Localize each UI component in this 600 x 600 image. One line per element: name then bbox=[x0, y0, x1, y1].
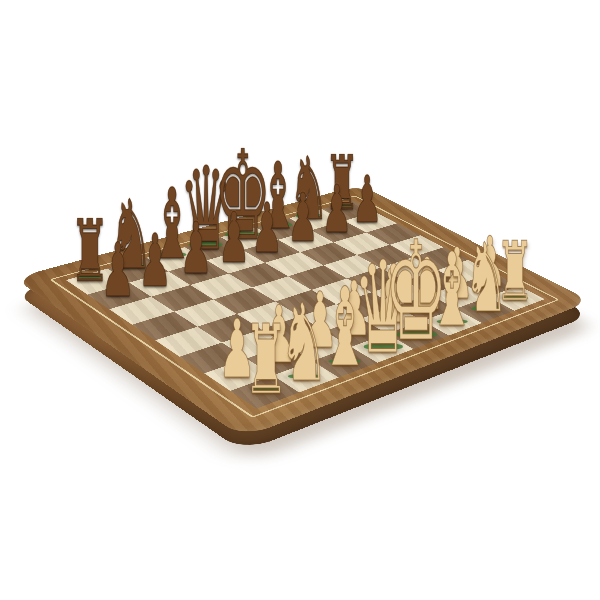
chess-pieces-layer: ♜♞♝♛♚♝♞♜♟♟♟♟♟♟♟♟♟♟♟♟♟♟♟♟♜♞♝♛♚♝♞♜ bbox=[0, 0, 600, 600]
piece-felt-pad bbox=[265, 222, 293, 227]
piece-shadow bbox=[423, 312, 476, 330]
piece-felt-pad bbox=[117, 263, 146, 268]
piece-shadow bbox=[318, 223, 352, 235]
piece-felt-pad bbox=[252, 388, 281, 393]
piece-white-knight: ♞ bbox=[464, 232, 509, 328]
piece-white-pawn: ♟ bbox=[261, 296, 298, 375]
piece-felt-pad bbox=[331, 205, 353, 209]
piece-felt-pad bbox=[293, 238, 313, 241]
piece-white-pawn: ♟ bbox=[441, 239, 474, 310]
piece-shadow bbox=[333, 325, 372, 338]
piece-black-pawn: ♟ bbox=[218, 203, 251, 273]
piece-shadow bbox=[314, 351, 371, 370]
piece-shadow bbox=[348, 335, 414, 358]
piece-black-rook: ♜ bbox=[70, 208, 110, 294]
piece-white-pawn: ♟ bbox=[302, 283, 338, 360]
piece-shadow bbox=[370, 312, 408, 325]
piece-shadow bbox=[284, 208, 329, 223]
piece-black-pawn: ♟ bbox=[351, 169, 381, 234]
piece-felt-pad bbox=[144, 280, 166, 284]
piece-black-pawn: ♟ bbox=[138, 223, 172, 296]
piece-felt-pad bbox=[357, 219, 376, 222]
piece-white-rook: ♜ bbox=[244, 313, 289, 409]
piece-black-pawn: ♟ bbox=[251, 194, 283, 263]
piece-black-pawn: ♟ bbox=[287, 185, 318, 252]
piece-felt-pad bbox=[447, 294, 468, 298]
piece-shadow bbox=[283, 233, 318, 245]
piece-felt-pad bbox=[224, 373, 248, 377]
piece-white-pawn: ♟ bbox=[218, 309, 256, 390]
piece-white-pawn: ♟ bbox=[374, 260, 408, 334]
piece-felt-pad bbox=[364, 344, 402, 350]
piece-felt-pad bbox=[343, 331, 366, 335]
piece-shadow bbox=[298, 337, 338, 351]
piece-felt-pad bbox=[267, 357, 291, 361]
piece-felt-pad bbox=[437, 319, 468, 324]
piece-black-king: ♚ bbox=[214, 135, 272, 259]
piece-white-bishop: ♝ bbox=[428, 239, 476, 341]
piece-white-rook: ♜ bbox=[496, 232, 534, 314]
piece-shadow bbox=[406, 300, 444, 313]
piece-felt-pad bbox=[189, 242, 223, 248]
piece-shadow bbox=[144, 245, 195, 262]
piece-shadow bbox=[175, 264, 212, 277]
piece-shadow bbox=[437, 289, 474, 302]
piece-black-pawn: ♟ bbox=[101, 233, 136, 308]
chess-set-photo: ♜♞♝♛♚♝♞♜♟♟♟♟♟♟♟♟♟♟♟♟♟♟♟♟♜♞♝♛♚♝♞♜ bbox=[0, 0, 600, 600]
piece-shadow bbox=[321, 200, 360, 213]
piece-felt-pad bbox=[185, 269, 206, 273]
piece-white-king: ♚ bbox=[384, 224, 448, 362]
piece-felt-pad bbox=[224, 231, 261, 237]
piece-white-bishop: ♝ bbox=[319, 274, 370, 383]
piece-felt-pad bbox=[328, 359, 361, 364]
piece-white-pawn: ♟ bbox=[474, 228, 506, 297]
piece-shadow bbox=[209, 223, 273, 245]
piece-felt-pad bbox=[296, 214, 322, 218]
piece-white-pawn: ♟ bbox=[337, 272, 372, 348]
piece-black-queen: ♛ bbox=[179, 152, 233, 267]
piece-black-pawn: ♟ bbox=[179, 213, 212, 285]
piece-felt-pad bbox=[380, 317, 402, 321]
piece-black-pawn: ♟ bbox=[322, 176, 353, 242]
piece-felt-pad bbox=[396, 331, 437, 338]
piece-shadow bbox=[134, 275, 172, 288]
piece-felt-pad bbox=[288, 374, 320, 379]
piece-felt-pad bbox=[472, 306, 501, 311]
piece-shadow bbox=[492, 290, 535, 305]
piece-felt-pad bbox=[308, 343, 331, 347]
piece-felt-pad bbox=[257, 248, 278, 251]
piece-felt-pad bbox=[480, 282, 501, 285]
piece-shadow bbox=[214, 252, 250, 264]
piece-black-bishop: ♝ bbox=[149, 176, 195, 274]
piece-white-knight: ♞ bbox=[279, 290, 329, 397]
piece-felt-pad bbox=[327, 228, 347, 231]
piece-shadow bbox=[239, 382, 289, 399]
piece-shadow bbox=[459, 300, 509, 317]
piece-shadow bbox=[65, 269, 110, 284]
piece-felt-pad bbox=[77, 275, 103, 279]
piece-felt-pad bbox=[107, 291, 129, 295]
piece-felt-pad bbox=[503, 296, 528, 300]
piece-shadow bbox=[97, 286, 136, 299]
piece-black-knight: ♞ bbox=[109, 188, 154, 284]
piece-shadow bbox=[470, 277, 506, 289]
piece-white-pawn: ♟ bbox=[410, 248, 444, 320]
piece-shadow bbox=[247, 243, 283, 255]
piece-felt-pad bbox=[224, 257, 245, 261]
piece-white-queen: ♛ bbox=[354, 244, 414, 372]
piece-black-bishop: ♝ bbox=[257, 150, 300, 242]
piece-shadow bbox=[379, 322, 451, 346]
piece-shadow bbox=[174, 234, 234, 254]
piece-shadow bbox=[274, 367, 330, 386]
piece-shadow bbox=[253, 216, 301, 232]
piece-shadow bbox=[348, 214, 382, 225]
piece-felt-pad bbox=[157, 252, 186, 257]
piece-shadow bbox=[257, 352, 298, 366]
piece-black-rook: ♜ bbox=[325, 147, 360, 221]
piece-shadow bbox=[105, 257, 155, 274]
piece-felt-pad bbox=[416, 305, 438, 309]
piece-black-knight: ♞ bbox=[289, 146, 329, 233]
piece-shadow bbox=[214, 367, 256, 381]
